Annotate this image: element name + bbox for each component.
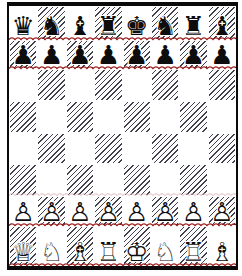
square-a8[interactable]: ♛ [9,6,37,40]
chess-diagram-page: ♛♞♝♜♚♞♜♝♟♟♟♟♟♟♟♟♟♙♟♙♟♙♟♙♟♙♟♙♟♙♟♙♛♕♞♘♝♗♜♖… [0,0,242,276]
piece-white-knight: ♞♘ [151,226,179,266]
black-pawn-glyph: ♟ [179,42,207,68]
square-h5[interactable] [208,101,236,133]
piece-white-knight: ♞♘ [37,226,65,266]
black-bishop-glyph: ♝ [66,13,94,39]
white-bishop-fill: ♝ [66,239,94,265]
piece-black-pawn: ♟ [151,40,179,69]
chess-board-frame: ♛♞♝♜♚♞♜♝♟♟♟♟♟♟♟♟♟♙♟♙♟♙♟♙♟♙♟♙♟♙♟♙♛♕♞♘♝♗♜♖… [7,2,238,270]
black-pawn-glyph: ♟ [208,42,236,68]
piece-black-bishop: ♝ [208,6,236,40]
white-pawn-fill: ♟ [37,199,65,225]
square-g7[interactable]: ♟ [179,40,207,69]
black-bishop-glyph: ♝ [208,13,236,39]
white-pawn-fill: ♟ [151,199,179,225]
square-f4[interactable] [151,133,179,164]
square-g3[interactable] [179,164,207,196]
white-knight-fill: ♞ [151,239,179,265]
white-pawn-fill: ♟ [208,199,236,225]
white-pawn-glyph: ♙ [151,199,179,225]
black-queen-glyph: ♛ [9,13,37,39]
piece-white-rook: ♜♖ [179,226,207,266]
piece-white-pawn: ♟♙ [123,196,151,226]
black-pawn-glyph: ♟ [37,42,65,68]
chess-board: ♛♞♝♜♚♞♜♝♟♟♟♟♟♟♟♟♟♙♟♙♟♙♟♙♟♙♟♙♟♙♟♙♛♕♞♘♝♗♜♖… [9,6,236,266]
square-b7[interactable]: ♟ [37,40,65,69]
white-pawn-fill: ♟ [179,199,207,225]
square-d6[interactable] [94,69,122,101]
square-e7[interactable]: ♟ [123,40,151,69]
square-e6[interactable] [123,69,151,101]
square-c2[interactable]: ♟♙ [66,196,94,226]
piece-black-pawn: ♟ [66,40,94,69]
white-king-glyph: ♔ [123,239,151,265]
piece-white-bishop: ♝♗ [66,226,94,266]
piece-black-knight: ♞ [151,6,179,40]
black-rook-glyph: ♜ [94,13,122,39]
white-pawn-glyph: ♙ [66,199,94,225]
square-d8[interactable]: ♜ [94,6,122,40]
white-pawn-glyph: ♙ [9,199,37,225]
square-h8[interactable]: ♝ [208,6,236,40]
square-f6[interactable] [151,69,179,101]
white-pawn-fill: ♟ [123,199,151,225]
square-a2[interactable]: ♟♙ [9,196,37,226]
square-e1[interactable]: ♚♔ [123,226,151,266]
white-king-fill: ♚ [123,239,151,265]
white-rook-fill: ♜ [179,239,207,265]
piece-white-bishop: ♝♗ [208,226,236,266]
piece-white-king: ♚♔ [123,226,151,266]
square-d1[interactable]: ♜♖ [94,226,122,266]
square-b6[interactable] [37,69,65,101]
square-a4[interactable] [9,133,37,164]
piece-black-pawn: ♟ [123,40,151,69]
square-a1[interactable]: ♛♕ [9,226,37,266]
square-e2[interactable]: ♟♙ [123,196,151,226]
square-f8[interactable]: ♞ [151,6,179,40]
piece-white-rook: ♜♖ [94,226,122,266]
square-f2[interactable]: ♟♙ [151,196,179,226]
piece-white-pawn: ♟♙ [9,196,37,226]
piece-white-pawn: ♟♙ [151,196,179,226]
piece-black-pawn: ♟ [208,40,236,69]
board-grid: ♛♞♝♜♚♞♜♝♟♟♟♟♟♟♟♟♟♙♟♙♟♙♟♙♟♙♟♙♟♙♟♙♛♕♞♘♝♗♜♖… [9,6,236,266]
piece-black-king: ♚ [123,6,151,40]
white-knight-glyph: ♘ [37,239,65,265]
square-b2[interactable]: ♟♙ [37,196,65,226]
square-c3[interactable] [66,164,94,196]
white-bishop-glyph: ♗ [66,239,94,265]
square-h4[interactable] [208,133,236,164]
square-a7[interactable]: ♟ [9,40,37,69]
square-e4[interactable] [123,133,151,164]
square-d5[interactable] [94,101,122,133]
square-g4[interactable] [179,133,207,164]
square-f7[interactable]: ♟ [151,40,179,69]
square-g8[interactable]: ♜ [179,6,207,40]
square-h2[interactable]: ♟♙ [208,196,236,226]
square-b4[interactable] [37,133,65,164]
square-h3[interactable] [208,164,236,196]
square-f1[interactable]: ♞♘ [151,226,179,266]
white-pawn-glyph: ♙ [179,199,207,225]
piece-black-pawn: ♟ [179,40,207,69]
black-pawn-glyph: ♟ [94,42,122,68]
square-f3[interactable] [151,164,179,196]
square-g2[interactable]: ♟♙ [179,196,207,226]
square-g5[interactable] [179,101,207,133]
black-pawn-glyph: ♟ [66,42,94,68]
piece-white-pawn: ♟♙ [94,196,122,226]
square-g1[interactable]: ♜♖ [179,226,207,266]
square-d7[interactable]: ♟ [94,40,122,69]
piece-black-pawn: ♟ [94,40,122,69]
square-h1[interactable]: ♝♗ [208,226,236,266]
piece-black-bishop: ♝ [66,6,94,40]
white-bishop-glyph: ♗ [208,239,236,265]
black-pawn-glyph: ♟ [9,42,37,68]
piece-black-rook: ♜ [179,6,207,40]
piece-white-queen: ♛♕ [9,226,37,266]
square-f5[interactable] [151,101,179,133]
square-b8[interactable]: ♞ [37,6,65,40]
black-pawn-glyph: ♟ [151,42,179,68]
square-c1[interactable]: ♝♗ [66,226,94,266]
square-d2[interactable]: ♟♙ [94,196,122,226]
piece-black-pawn: ♟ [37,40,65,69]
white-bishop-fill: ♝ [208,239,236,265]
white-knight-glyph: ♘ [151,239,179,265]
black-rook-glyph: ♜ [179,13,207,39]
square-d3[interactable] [94,164,122,196]
white-pawn-glyph: ♙ [37,199,65,225]
piece-white-pawn: ♟♙ [37,196,65,226]
square-b3[interactable] [37,164,65,196]
piece-white-pawn: ♟♙ [179,196,207,226]
white-pawn-fill: ♟ [9,199,37,225]
square-d4[interactable] [94,133,122,164]
piece-black-rook: ♜ [94,6,122,40]
piece-black-knight: ♞ [37,6,65,40]
black-pawn-glyph: ♟ [123,42,151,68]
square-h6[interactable] [208,69,236,101]
square-b1[interactable]: ♞♘ [37,226,65,266]
square-c5[interactable] [66,101,94,133]
piece-black-pawn: ♟ [9,40,37,69]
black-knight-glyph: ♞ [37,13,65,39]
white-rook-fill: ♜ [94,239,122,265]
square-c8[interactable]: ♝ [66,6,94,40]
square-c6[interactable] [66,69,94,101]
square-g6[interactable] [179,69,207,101]
square-h7[interactable]: ♟ [208,40,236,69]
white-queen-glyph: ♕ [9,239,37,265]
square-b5[interactable] [37,101,65,133]
square-a6[interactable] [9,69,37,101]
black-king-glyph: ♚ [123,13,151,39]
white-knight-fill: ♞ [37,239,65,265]
white-pawn-glyph: ♙ [94,199,122,225]
white-pawn-glyph: ♙ [208,199,236,225]
black-knight-glyph: ♞ [151,13,179,39]
piece-white-pawn: ♟♙ [66,196,94,226]
square-a5[interactable] [9,101,37,133]
white-rook-glyph: ♖ [94,239,122,265]
white-queen-fill: ♛ [9,239,37,265]
white-pawn-fill: ♟ [66,199,94,225]
square-e8[interactable]: ♚ [123,6,151,40]
white-pawn-glyph: ♙ [123,199,151,225]
piece-black-queen: ♛ [9,6,37,40]
piece-white-pawn: ♟♙ [208,196,236,226]
white-pawn-fill: ♟ [94,199,122,225]
square-c4[interactable] [66,133,94,164]
square-e3[interactable] [123,164,151,196]
white-rook-glyph: ♖ [179,239,207,265]
square-e5[interactable] [123,101,151,133]
square-c7[interactable]: ♟ [66,40,94,69]
square-a3[interactable] [9,164,37,196]
